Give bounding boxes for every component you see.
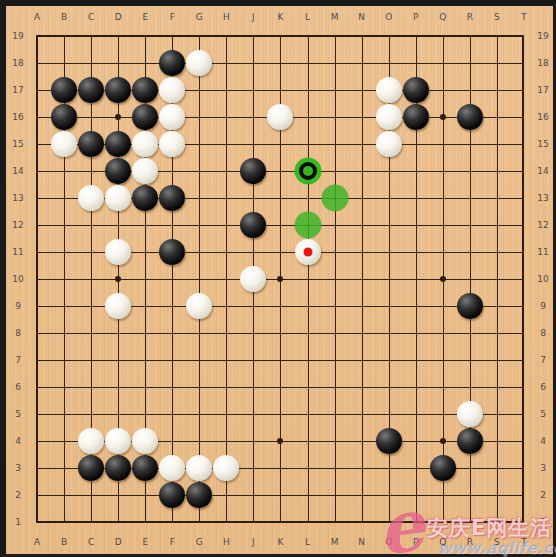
black-stone [457,104,483,130]
coordinate-label-bottom: P [413,537,418,547]
coordinate-label-right: 2 [540,490,546,500]
coordinate-label-bottom: N [358,537,365,547]
coordinate-label-top: A [34,12,40,22]
white-stone [132,428,158,454]
black-stone [186,482,212,508]
coordinate-label-bottom: A [34,537,40,547]
coordinate-label-top: E [142,12,148,22]
coordinate-label-left: 7 [15,355,21,365]
coordinate-label-right: 11 [537,247,548,257]
coordinate-label-right: 6 [540,382,546,392]
coordinate-label-top: O [385,12,392,22]
board-frame: AABBCCDDEEFFGGHHJJKKLLMMNNOOPPQQRRSSTT19… [0,0,556,557]
star-point [440,438,446,444]
coordinate-label-left: 5 [15,409,21,419]
black-stone [105,77,131,103]
white-stone [376,131,402,157]
white-stone [132,158,158,184]
white-stone [376,77,402,103]
black-stone [132,185,158,211]
white-stone [186,50,212,76]
black-stone [78,77,104,103]
black-stone [132,77,158,103]
black-stone [105,131,131,157]
coordinate-label-left: 17 [12,85,23,95]
white-stone [159,131,185,157]
white-stone [78,185,104,211]
star-point [115,114,121,120]
white-stone [105,293,131,319]
white-stone [105,239,131,265]
coordinate-label-left: 2 [15,490,21,500]
coordinate-label-right: 1 [540,517,546,527]
coordinate-label-right: 19 [537,31,548,41]
grid-line-horizontal [38,360,523,361]
coordinate-label-right: 9 [540,301,546,311]
coordinate-label-right: 17 [537,85,548,95]
coordinate-label-right: 14 [537,166,548,176]
white-stone [376,104,402,130]
suggestion-marker-green [294,212,321,239]
coordinate-label-left: 9 [15,301,21,311]
coordinate-label-left: 11 [12,247,23,257]
coordinate-label-top: P [413,12,418,22]
coordinate-label-right: 3 [540,463,546,473]
black-stone [105,455,131,481]
coordinate-label-left: 10 [12,274,23,284]
star-point [115,276,121,282]
black-stone [132,104,158,130]
coordinate-label-top: R [467,12,473,22]
coordinate-label-left: 8 [15,328,21,338]
grid-line-horizontal [38,414,523,415]
coordinate-label-bottom: L [305,537,310,547]
white-stone [159,104,185,130]
coordinate-label-left: 6 [15,382,21,392]
last-move-red-dot [303,248,312,257]
black-stone [240,212,266,238]
coordinate-label-right: 12 [537,220,548,230]
black-stone [51,77,77,103]
coordinate-label-bottom: R [467,537,473,547]
white-stone [186,455,212,481]
white-stone [105,428,131,454]
coordinate-label-right: 13 [537,193,548,203]
coordinate-label-bottom: S [494,537,500,547]
white-stone [213,455,239,481]
coordinate-label-right: 15 [537,139,548,149]
coordinate-label-top: J [252,12,255,22]
coordinate-label-top: L [305,12,310,22]
coordinate-label-right: 4 [540,436,546,446]
coordinate-label-left: 3 [15,463,21,473]
star-point [277,276,283,282]
coordinate-label-left: 16 [12,112,23,122]
coordinate-label-right: 10 [537,274,548,284]
black-stone [403,77,429,103]
coordinate-label-top: N [358,12,365,22]
go-board[interactable]: AABBCCDDEEFFGGHHJJKKLLMMNNOOPPQQRRSSTT19… [6,6,553,554]
black-stone [78,455,104,481]
coordinate-label-top: S [494,12,500,22]
coordinate-label-bottom: K [278,537,284,547]
coordinate-label-left: 1 [15,517,21,527]
coordinate-label-bottom: D [115,537,122,547]
coordinate-label-bottom: G [196,537,203,547]
coordinate-label-bottom: E [142,537,148,547]
coordinate-label-right: 8 [540,328,546,338]
star-point [440,114,446,120]
coordinate-label-right: 7 [540,355,546,365]
white-stone [159,77,185,103]
coordinate-label-bottom: T [521,537,527,547]
coordinate-label-bottom: J [252,537,255,547]
black-stone [132,455,158,481]
black-stone [159,239,185,265]
coordinate-label-left: 12 [12,220,23,230]
black-stone [51,104,77,130]
coordinate-label-right: 16 [537,112,548,122]
circle-marker [299,162,317,180]
coordinate-label-left: 4 [15,436,21,446]
black-stone [376,428,402,454]
white-stone [78,428,104,454]
coordinate-label-right: 18 [537,58,548,68]
coordinate-label-top: M [331,12,339,22]
white-stone [105,185,131,211]
white-stone [132,131,158,157]
coordinate-label-left: 14 [12,166,23,176]
coordinate-label-left: 13 [12,193,23,203]
coordinate-label-bottom: M [331,537,339,547]
coordinate-label-top: C [88,12,94,22]
coordinate-label-right: 5 [540,409,546,419]
grid-line-vertical [362,37,363,521]
suggestion-marker-green [321,185,348,212]
coordinate-label-top: H [223,12,230,22]
coordinate-label-top: D [115,12,122,22]
grid-line-horizontal [38,333,523,334]
coordinate-label-top: Q [439,12,446,22]
grid-line-vertical [335,37,336,521]
coordinate-label-bottom: Q [439,537,446,547]
white-stone [267,104,293,130]
star-point [277,438,283,444]
white-stone [159,455,185,481]
coordinate-label-top: B [61,12,67,22]
white-stone [240,266,266,292]
coordinate-label-bottom: H [223,537,230,547]
black-stone [105,158,131,184]
coordinate-label-top: F [170,12,175,22]
coordinate-label-left: 18 [12,58,23,68]
black-stone [430,455,456,481]
grid-line-vertical [497,37,498,521]
coordinate-label-bottom: F [170,537,175,547]
black-stone [457,293,483,319]
grid-line-horizontal [38,387,523,388]
coordinate-label-top: G [196,12,203,22]
black-stone [78,131,104,157]
grid-line-horizontal [38,495,523,496]
white-stone [186,293,212,319]
coordinate-label-top: T [521,12,527,22]
black-stone [159,482,185,508]
coordinate-label-left: 19 [12,31,23,41]
coordinate-label-bottom: C [88,537,94,547]
coordinate-label-bottom: B [61,537,67,547]
white-stone [51,131,77,157]
black-stone [159,185,185,211]
black-stone [457,428,483,454]
black-stone [403,104,429,130]
black-stone [159,50,185,76]
black-stone [240,158,266,184]
white-stone [457,401,483,427]
coordinate-label-top: K [278,12,284,22]
coordinate-label-left: 15 [12,139,23,149]
star-point [440,276,446,282]
coordinate-label-bottom: O [385,537,392,547]
grid-line-vertical [308,37,309,521]
